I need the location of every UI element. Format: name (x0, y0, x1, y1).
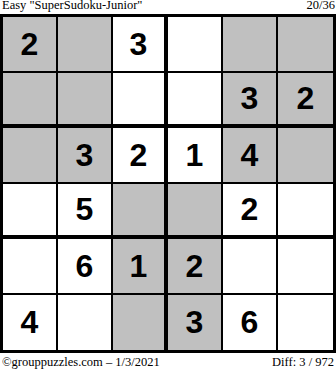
cell-r6c5: 6 (223, 295, 278, 351)
cell-r3c5: 4 (223, 128, 278, 184)
puzzle-title: Easy "SuperSudoku-Junior" (2, 0, 142, 13)
cell-r6c3[interactable] (113, 295, 168, 351)
cell-r3c6[interactable] (278, 128, 333, 184)
header: Easy "SuperSudoku-Junior" 20/36 (0, 0, 336, 14)
cell-r6c4: 3 (168, 295, 223, 351)
cell-r5c5[interactable] (223, 239, 278, 295)
footer: ©grouppuzzles.com – 1/3/2021 Diff: 3 / 9… (0, 353, 336, 370)
cell-r2c2[interactable] (58, 73, 113, 129)
cell-r6c2[interactable] (58, 295, 113, 351)
cell-r5c1[interactable] (3, 239, 58, 295)
cell-r1c5[interactable] (223, 17, 278, 73)
cell-r3c3: 2 (113, 128, 168, 184)
cell-r4c5: 2 (223, 184, 278, 240)
cell-r2c1[interactable] (3, 73, 58, 129)
cell-r4c1[interactable] (3, 184, 58, 240)
cell-r4c2: 5 (58, 184, 113, 240)
cell-r1c4[interactable] (168, 17, 223, 73)
cell-r4c4[interactable] (168, 184, 223, 240)
cell-r1c6[interactable] (278, 17, 333, 73)
difficulty-text: Diff: 3 / 972 (272, 355, 334, 370)
cell-r5c4: 2 (168, 239, 223, 295)
copyright-text: ©grouppuzzles.com – 1/3/2021 (2, 355, 160, 370)
cell-r1c3: 3 (113, 17, 168, 73)
puzzle-counter: 20/36 (307, 0, 335, 13)
cell-r3c4: 1 (168, 128, 223, 184)
cell-r6c1: 4 (3, 295, 58, 351)
cell-r5c6[interactable] (278, 239, 333, 295)
cell-r3c1[interactable] (3, 128, 58, 184)
sudoku-board: 2332321452612436 (0, 14, 336, 353)
cell-r1c1: 2 (3, 17, 58, 73)
cell-r2c3[interactable] (113, 73, 168, 129)
cell-r6c6[interactable] (278, 295, 333, 351)
cell-r5c3: 1 (113, 239, 168, 295)
cell-r4c6[interactable] (278, 184, 333, 240)
cell-r4c3[interactable] (113, 184, 168, 240)
cell-r2c5: 3 (223, 73, 278, 129)
cell-r5c2: 6 (58, 239, 113, 295)
cell-r3c2: 3 (58, 128, 113, 184)
cell-r2c6: 2 (278, 73, 333, 129)
cell-r1c2[interactable] (58, 17, 113, 73)
cell-r2c4[interactable] (168, 73, 223, 129)
